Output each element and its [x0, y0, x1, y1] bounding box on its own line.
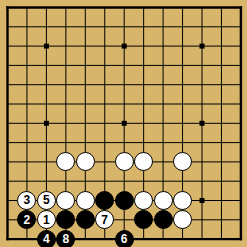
stone-white-move-3: 3 — [17, 191, 36, 210]
stone-black-move-4: 4 — [37, 230, 56, 247]
stone-black-move-6: 6 — [115, 230, 134, 247]
stone-black — [95, 191, 114, 210]
stone-black-move-2: 2 — [17, 210, 36, 229]
move-number: 6 — [121, 233, 128, 245]
stone-white-move-7: 7 — [95, 210, 114, 229]
stone-white-move-5: 5 — [37, 191, 56, 210]
stone-white-move-1: 1 — [37, 210, 56, 229]
move-number: 4 — [43, 233, 50, 245]
go-board[interactable]: 35217486 — [0, 0, 247, 247]
stone-white — [76, 152, 95, 171]
move-number: 7 — [101, 213, 108, 225]
move-number: 3 — [24, 194, 31, 206]
stone-black — [76, 210, 95, 229]
move-number: 8 — [62, 233, 69, 245]
move-number: 2 — [24, 213, 31, 225]
go-board-diagram: 35217486 — [0, 0, 247, 247]
move-number: 5 — [43, 194, 50, 206]
stone-white — [115, 152, 134, 171]
move-number: 1 — [43, 213, 50, 225]
stone-white — [134, 152, 153, 171]
stone-black-move-8: 8 — [56, 230, 75, 247]
stone-black — [56, 210, 75, 229]
stone-black — [154, 210, 173, 229]
stone-black — [115, 191, 134, 210]
stone-white — [134, 191, 153, 210]
stone-white — [173, 191, 192, 210]
stone-black — [134, 210, 153, 229]
stone-white — [154, 191, 173, 210]
stone-white — [173, 152, 192, 171]
stone-white — [56, 191, 75, 210]
stone-white — [56, 152, 75, 171]
stone-white — [173, 210, 192, 229]
stone-white — [76, 191, 95, 210]
